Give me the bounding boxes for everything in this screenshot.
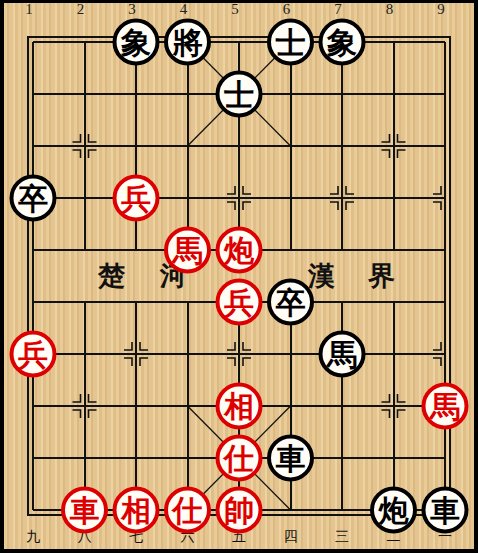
piece-red-兵[interactable]: 兵 xyxy=(115,177,158,220)
river-label-chu-he: 楚 xyxy=(97,261,126,291)
piece-character: 炮 xyxy=(223,234,255,267)
piece-character: 兵 xyxy=(17,338,48,371)
piece-character: 車 xyxy=(430,494,460,527)
file-label-top: 2 xyxy=(77,1,85,17)
pieces: 象將士象士卒兵馬炮兵卒兵馬相馬仕車車相仕帥炮車 xyxy=(12,21,467,532)
piece-character: 將 xyxy=(172,26,203,59)
piece-black-將[interactable]: 將 xyxy=(166,21,209,64)
piece-character: 兵 xyxy=(223,286,254,319)
piece-red-相[interactable]: 相 xyxy=(218,385,261,428)
piece-black-象[interactable]: 象 xyxy=(321,21,364,64)
piece-black-炮[interactable]: 炮 xyxy=(372,489,415,532)
piece-character: 車 xyxy=(70,494,100,527)
file-label-top: 3 xyxy=(128,1,136,17)
board-frame: 楚河漢界123456789九八七六五四三二一象將士象士卒兵馬炮兵卒兵馬相馬仕車車… xyxy=(0,0,478,553)
file-label-top: 8 xyxy=(386,1,394,17)
piece-red-馬[interactable]: 馬 xyxy=(424,385,467,428)
piece-red-炮[interactable]: 炮 xyxy=(218,229,261,272)
piece-red-仕[interactable]: 仕 xyxy=(166,489,209,532)
file-label-top: 5 xyxy=(231,1,239,17)
file-label-top: 1 xyxy=(25,1,33,17)
piece-character: 馬 xyxy=(429,390,460,423)
rank-label-bottom: 九 xyxy=(26,529,40,544)
piece-black-車[interactable]: 車 xyxy=(269,437,312,480)
xiangqi-board: 楚河漢界123456789九八七六五四三二一象將士象士卒兵馬炮兵卒兵馬相馬仕車車… xyxy=(0,0,478,553)
piece-black-馬[interactable]: 馬 xyxy=(321,333,364,376)
piece-character: 帥 xyxy=(224,494,254,527)
piece-character: 相 xyxy=(223,390,254,423)
piece-character: 士 xyxy=(276,26,306,59)
rank-label-bottom: 三 xyxy=(335,529,349,544)
piece-character: 仕 xyxy=(222,442,254,475)
piece-character: 卒 xyxy=(276,286,306,319)
piece-character: 兵 xyxy=(120,182,151,215)
piece-red-兵[interactable]: 兵 xyxy=(12,333,55,376)
river-label-han-jie: 漢 xyxy=(307,261,335,291)
piece-character: 象 xyxy=(326,26,357,59)
piece-black-卒[interactable]: 卒 xyxy=(269,281,312,324)
piece-character: 車 xyxy=(276,442,306,475)
file-label-top: 4 xyxy=(180,1,188,17)
piece-black-卒[interactable]: 卒 xyxy=(12,177,55,220)
file-label-top: 9 xyxy=(437,1,445,17)
piece-character: 相 xyxy=(120,494,151,527)
piece-character: 馬 xyxy=(326,338,357,371)
river-label-han-jie: 界 xyxy=(367,261,395,291)
piece-character: 士 xyxy=(224,78,254,111)
file-label-top: 7 xyxy=(334,1,342,17)
file-label-top: 6 xyxy=(283,1,291,17)
piece-red-相[interactable]: 相 xyxy=(115,489,158,532)
piece-black-象[interactable]: 象 xyxy=(115,21,158,64)
piece-character: 馬 xyxy=(172,234,203,267)
piece-character: 炮 xyxy=(378,494,410,527)
piece-red-馬[interactable]: 馬 xyxy=(166,229,209,272)
piece-character: 卒 xyxy=(18,182,48,215)
piece-black-士[interactable]: 士 xyxy=(269,21,312,64)
piece-black-車[interactable]: 車 xyxy=(424,489,467,532)
rank-label-bottom: 四 xyxy=(284,529,298,544)
piece-red-帥[interactable]: 帥 xyxy=(218,489,261,532)
piece-character: 象 xyxy=(120,26,151,59)
piece-red-兵[interactable]: 兵 xyxy=(218,281,261,324)
piece-character: 仕 xyxy=(171,494,203,527)
piece-black-士[interactable]: 士 xyxy=(218,73,261,116)
piece-red-仕[interactable]: 仕 xyxy=(218,437,261,480)
piece-red-車[interactable]: 車 xyxy=(63,489,106,532)
